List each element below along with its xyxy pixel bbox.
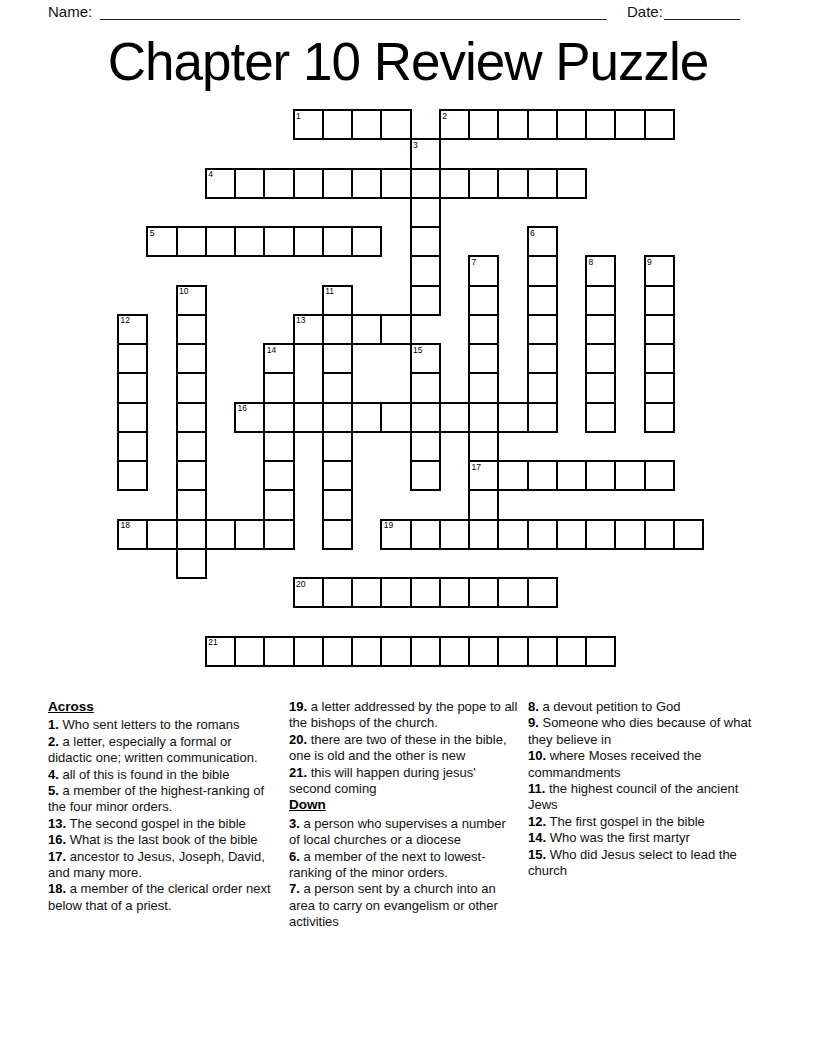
clue-14: 14. Who was the first martyr bbox=[528, 830, 758, 846]
clue-18: 18. a member of the clerical order next … bbox=[48, 881, 278, 914]
grid-cell-r11c5[interactable] bbox=[263, 431, 294, 462]
clue-number-9: 9 bbox=[647, 258, 652, 267]
grid-cell-r6c18[interactable] bbox=[644, 285, 675, 316]
grid-cell-r7c18[interactable] bbox=[644, 314, 675, 345]
grid-cell-r4c5[interactable] bbox=[263, 226, 294, 257]
grid-cell-r10c9[interactable] bbox=[380, 402, 411, 433]
clue-number-8: 8 bbox=[589, 258, 594, 267]
grid-cell-r0c14[interactable] bbox=[527, 109, 558, 140]
clue-number-text-21: 21. bbox=[289, 765, 307, 780]
grid-cell-r11c10[interactable] bbox=[410, 431, 441, 462]
grid-cell-r14c5[interactable] bbox=[263, 519, 294, 550]
grid-cell-r14c14[interactable] bbox=[527, 519, 558, 550]
grid-cell-r12c13[interactable] bbox=[497, 460, 528, 491]
grid-cell-r14c10[interactable] bbox=[410, 519, 441, 550]
grid-cell-r7c12[interactable] bbox=[468, 314, 499, 345]
clue-number-20: 20 bbox=[296, 580, 305, 589]
grid-cell-r7c7[interactable] bbox=[322, 314, 353, 345]
grid-cell-r18c16[interactable] bbox=[585, 636, 616, 667]
clue-number-13: 13 bbox=[296, 316, 305, 325]
grid-cell-r18c5[interactable] bbox=[263, 636, 294, 667]
clue-number-18: 18 bbox=[121, 521, 130, 530]
grid-cell-r10c10[interactable] bbox=[410, 402, 441, 433]
grid-cell-r4c6[interactable] bbox=[293, 226, 324, 257]
clue-number-2: 2 bbox=[442, 112, 447, 121]
grid-cell-r11c2[interactable] bbox=[176, 431, 207, 462]
grid-cell-r14c13[interactable] bbox=[497, 519, 528, 550]
grid-cell-r4c8[interactable] bbox=[351, 226, 382, 257]
grid-cell-r7c14[interactable] bbox=[527, 314, 558, 345]
clue-number-text-1: 1. bbox=[48, 717, 59, 732]
grid-cell-r13c12[interactable] bbox=[468, 489, 499, 520]
grid-cell-r12c2[interactable] bbox=[176, 460, 207, 491]
name-blank-line[interactable] bbox=[100, 1, 607, 20]
grid-cell-r18c12[interactable] bbox=[468, 636, 499, 667]
clue-13: 13. The second gospel in the bible bbox=[48, 816, 278, 832]
grid-cell-r13c2[interactable] bbox=[176, 489, 207, 520]
clue-5: 5. a member of the highest-ranking of th… bbox=[48, 783, 278, 816]
grid-cell-r6c12[interactable] bbox=[468, 285, 499, 316]
grid-cell-r10c12[interactable] bbox=[468, 402, 499, 433]
grid-cell-r8c2[interactable] bbox=[176, 343, 207, 374]
grid-cell-r2c4[interactable] bbox=[234, 168, 265, 199]
clue-column-right: 8. a devout petition to God9. Someone wh… bbox=[528, 699, 758, 879]
grid-cell-r18c8[interactable] bbox=[351, 636, 382, 667]
clue-10: 10. where Moses received the commandment… bbox=[528, 748, 758, 781]
grid-cell-r9c18[interactable] bbox=[644, 372, 675, 403]
grid-cell-r5c14[interactable] bbox=[527, 255, 558, 286]
grid-cell-r6c10[interactable] bbox=[410, 285, 441, 316]
grid-cell-r0c18[interactable] bbox=[644, 109, 675, 140]
clue-6: 6. a member of the next to lowest-rankin… bbox=[289, 849, 519, 882]
grid-cell-r16c9[interactable] bbox=[380, 577, 411, 608]
grid-cell-r2c7[interactable] bbox=[322, 168, 353, 199]
clue-number-text-7: 7. bbox=[289, 881, 300, 896]
grid-cell-r12c7[interactable] bbox=[322, 460, 353, 491]
clue-number-text-17: 17. bbox=[48, 849, 66, 864]
clue-number-3: 3 bbox=[413, 141, 418, 150]
grid-cell-r6c16[interactable] bbox=[585, 285, 616, 316]
clue-column-left: Across1. Who sent letters to the romans2… bbox=[48, 699, 278, 914]
grid-cell-r9c10[interactable] bbox=[410, 372, 441, 403]
grid-cell-r3c10[interactable] bbox=[410, 197, 441, 228]
grid-cell-r10c16[interactable] bbox=[585, 402, 616, 433]
grid-cell-r12c15[interactable] bbox=[556, 460, 587, 491]
grid-cell-r0c15[interactable] bbox=[556, 109, 587, 140]
grid-cell-r9c0[interactable] bbox=[117, 372, 148, 403]
clue-number-text-20: 20. bbox=[289, 732, 307, 747]
grid-cell-r8c12[interactable] bbox=[468, 343, 499, 374]
clue-number-text-15: 15. bbox=[528, 847, 546, 862]
clue-8: 8. a devout petition to God bbox=[528, 699, 758, 715]
clue-number-text-6: 6. bbox=[289, 849, 300, 864]
grid-cell-r12c16[interactable] bbox=[585, 460, 616, 491]
grid-cell-r18c10[interactable] bbox=[410, 636, 441, 667]
grid-cell-r16c7[interactable] bbox=[322, 577, 353, 608]
grid-cell-r2c14[interactable] bbox=[527, 168, 558, 199]
grid-cell-r7c8[interactable] bbox=[351, 314, 382, 345]
grid-cell-r10c11[interactable] bbox=[439, 402, 470, 433]
clue-17: 17. ancestor to Jesus, Joseph, David, an… bbox=[48, 849, 278, 882]
clue-number-1: 1 bbox=[296, 112, 301, 121]
grid-cell-r10c8[interactable] bbox=[351, 402, 382, 433]
clue-number-text-8: 8. bbox=[528, 699, 539, 714]
grid-cell-r8c0[interactable] bbox=[117, 343, 148, 374]
grid-cell-r18c6[interactable] bbox=[293, 636, 324, 667]
clue-number-text-16: 16. bbox=[48, 832, 66, 847]
clue-number-6: 6 bbox=[530, 229, 535, 238]
grid-cell-r2c9[interactable] bbox=[380, 168, 411, 199]
clue-number-16: 16 bbox=[238, 404, 247, 413]
grid-cell-r2c8[interactable] bbox=[351, 168, 382, 199]
clue-19: 19. a letter addressed by the pope to al… bbox=[289, 699, 519, 732]
grid-cell-r14c15[interactable] bbox=[556, 519, 587, 550]
clue-number-text-9: 9. bbox=[528, 715, 539, 730]
grid-cell-r2c6[interactable] bbox=[293, 168, 324, 199]
grid-cell-r11c12[interactable] bbox=[468, 431, 499, 462]
grid-cell-r14c1[interactable] bbox=[146, 519, 177, 550]
clues-down-header: Down bbox=[289, 797, 519, 813]
grid-cell-r10c7[interactable] bbox=[322, 402, 353, 433]
grid-cell-r9c7[interactable] bbox=[322, 372, 353, 403]
clue-15: 15. Who did Jesus select to lead the chu… bbox=[528, 847, 758, 880]
clue-number-15: 15 bbox=[413, 346, 422, 355]
grid-cell-r2c13[interactable] bbox=[497, 168, 528, 199]
clue-number-19: 19 bbox=[384, 521, 393, 530]
clue-number-text-13: 13. bbox=[48, 816, 66, 831]
grid-cell-r14c19[interactable] bbox=[673, 519, 704, 550]
grid-cell-r12c10[interactable] bbox=[410, 460, 441, 491]
grid-cell-r18c14[interactable] bbox=[527, 636, 558, 667]
grid-cell-r11c0[interactable] bbox=[117, 431, 148, 462]
clue-20: 20. there are two of these in the bible,… bbox=[289, 732, 519, 765]
grid-cell-r10c6[interactable] bbox=[293, 402, 324, 433]
grid-cell-r10c2[interactable] bbox=[176, 402, 207, 433]
grid-cell-r13c7[interactable] bbox=[322, 489, 353, 520]
clue-7: 7. a person sent by a church into an are… bbox=[289, 881, 519, 930]
clue-4: 4. all of this is found in the bible bbox=[48, 767, 278, 783]
clue-number-10: 10 bbox=[179, 287, 188, 296]
grid-cell-r4c2[interactable] bbox=[176, 226, 207, 257]
clue-number-5: 5 bbox=[150, 229, 155, 238]
grid-cell-r4c7[interactable] bbox=[322, 226, 353, 257]
clue-column-middle: 19. a letter addressed by the pope to al… bbox=[289, 699, 519, 931]
grid-cell-r2c15[interactable] bbox=[556, 168, 587, 199]
grid-cell-r12c18[interactable] bbox=[644, 460, 675, 491]
grid-cell-r2c12[interactable] bbox=[468, 168, 499, 199]
grid-cell-r14c12[interactable] bbox=[468, 519, 499, 550]
grid-cell-r2c10[interactable] bbox=[410, 168, 441, 199]
clue-number-4: 4 bbox=[208, 170, 213, 179]
grid-cell-r14c16[interactable] bbox=[585, 519, 616, 550]
grid-cell-r6c14[interactable] bbox=[527, 285, 558, 316]
date-blank-line[interactable] bbox=[664, 1, 740, 20]
clue-number-7: 7 bbox=[472, 258, 477, 267]
grid-cell-r14c3[interactable] bbox=[205, 519, 236, 550]
grid-cell-r10c18[interactable] bbox=[644, 402, 675, 433]
grid-cell-r8c18[interactable] bbox=[644, 343, 675, 374]
clue-number-14: 14 bbox=[267, 346, 276, 355]
grid-cell-r18c15[interactable] bbox=[556, 636, 587, 667]
grid-cell-r10c13[interactable] bbox=[497, 402, 528, 433]
grid-cell-r4c10[interactable] bbox=[410, 226, 441, 257]
grid-cell-r0c8[interactable] bbox=[351, 109, 382, 140]
grid-cell-r9c14[interactable] bbox=[527, 372, 558, 403]
clue-number-text-4: 4. bbox=[48, 767, 59, 782]
grid-cell-r14c17[interactable] bbox=[614, 519, 645, 550]
page-title: Chapter 10 Review Puzzle bbox=[0, 31, 816, 93]
clue-number-17: 17 bbox=[472, 463, 481, 472]
clue-1: 1. Who sent letters to the romans bbox=[48, 717, 278, 733]
grid-cell-r0c17[interactable] bbox=[614, 109, 645, 140]
grid-cell-r0c7[interactable] bbox=[322, 109, 353, 140]
grid-cell-r16c11[interactable] bbox=[439, 577, 470, 608]
clue-11: 11. the highest council of the ancient J… bbox=[528, 781, 758, 814]
grid-cell-r18c13[interactable] bbox=[497, 636, 528, 667]
grid-cell-r5c10[interactable] bbox=[410, 255, 441, 286]
grid-cell-r18c9[interactable] bbox=[380, 636, 411, 667]
clues-across-header: Across bbox=[48, 699, 278, 715]
clue-number-21: 21 bbox=[208, 638, 217, 647]
grid-cell-r4c3[interactable] bbox=[205, 226, 236, 257]
grid-cell-r14c11[interactable] bbox=[439, 519, 470, 550]
grid-cell-r7c9[interactable] bbox=[380, 314, 411, 345]
clue-number-11: 11 bbox=[325, 287, 334, 296]
grid-cell-r7c2[interactable] bbox=[176, 314, 207, 345]
grid-cell-r0c9[interactable] bbox=[380, 109, 411, 140]
grid-cell-r12c14[interactable] bbox=[527, 460, 558, 491]
clue-21: 21. this will happen during jesus' secon… bbox=[289, 765, 519, 798]
grid-cell-r14c7[interactable] bbox=[322, 519, 353, 550]
grid-cell-r12c0[interactable] bbox=[117, 460, 148, 491]
grid-cell-r9c2[interactable] bbox=[176, 372, 207, 403]
crossword-grid: 123456789101112131415161718192021 bbox=[117, 109, 705, 667]
grid-cell-r9c5[interactable] bbox=[263, 372, 294, 403]
date-label: Date: bbox=[627, 3, 663, 20]
clue-3: 3. a person who supervises a number of l… bbox=[289, 816, 519, 849]
grid-cell-r12c17[interactable] bbox=[614, 460, 645, 491]
grid-cell-r18c11[interactable] bbox=[439, 636, 470, 667]
grid-cell-r9c16[interactable] bbox=[585, 372, 616, 403]
clue-9: 9. Someone who dies because of what they… bbox=[528, 715, 758, 748]
grid-cell-r10c0[interactable] bbox=[117, 402, 148, 433]
clue-number-text-18: 18. bbox=[48, 881, 66, 896]
clue-number-12: 12 bbox=[121, 316, 130, 325]
grid-cell-r13c5[interactable] bbox=[263, 489, 294, 520]
name-label: Name: bbox=[48, 3, 92, 20]
clue-number-text-19: 19. bbox=[289, 699, 307, 714]
clue-number-text-3: 3. bbox=[289, 816, 300, 831]
grid-cell-r0c12[interactable] bbox=[468, 109, 499, 140]
clue-number-text-10: 10. bbox=[528, 748, 546, 763]
grid-cell-r11c7[interactable] bbox=[322, 431, 353, 462]
grid-cell-r16c10[interactable] bbox=[410, 577, 441, 608]
clue-number-text-11: 11. bbox=[528, 781, 545, 796]
grid-cell-r2c5[interactable] bbox=[263, 168, 294, 199]
grid-cell-r2c11[interactable] bbox=[439, 168, 470, 199]
grid-cell-r8c16[interactable] bbox=[585, 343, 616, 374]
grid-cell-r16c13[interactable] bbox=[497, 577, 528, 608]
grid-cell-r16c8[interactable] bbox=[351, 577, 382, 608]
clue-16: 16. What is the last book of the bible bbox=[48, 832, 278, 848]
grid-cell-r16c14[interactable] bbox=[527, 577, 558, 608]
grid-cell-r4c4[interactable] bbox=[234, 226, 265, 257]
grid-cell-r8c7[interactable] bbox=[322, 343, 353, 374]
clue-number-text-5: 5. bbox=[48, 783, 59, 798]
grid-cell-r10c14[interactable] bbox=[527, 402, 558, 433]
grid-cell-r18c7[interactable] bbox=[322, 636, 353, 667]
grid-cell-r8c14[interactable] bbox=[527, 343, 558, 374]
worksheet-page: { "game": "crossword", "title": "Chapter… bbox=[0, 0, 816, 1056]
clue-number-text-2: 2. bbox=[48, 734, 59, 749]
grid-cell-r12c5[interactable] bbox=[263, 460, 294, 491]
clue-number-text-14: 14. bbox=[528, 830, 546, 845]
grid-cell-r9c12[interactable] bbox=[468, 372, 499, 403]
grid-cell-r10c5[interactable] bbox=[263, 402, 294, 433]
grid-cell-r18c4[interactable] bbox=[234, 636, 265, 667]
clue-2: 2. a letter, especially a formal or dida… bbox=[48, 734, 278, 767]
grid-cell-r16c12[interactable] bbox=[468, 577, 499, 608]
grid-cell-r0c13[interactable] bbox=[497, 109, 528, 140]
grid-cell-r7c16[interactable] bbox=[585, 314, 616, 345]
clue-number-text-12: 12. bbox=[528, 814, 546, 829]
grid-cell-r14c2[interactable] bbox=[176, 519, 207, 550]
grid-cell-r14c18[interactable] bbox=[644, 519, 675, 550]
clue-12: 12. The first gospel in the bible bbox=[528, 814, 758, 830]
grid-cell-r0c16[interactable] bbox=[585, 109, 616, 140]
grid-cell-r14c4[interactable] bbox=[234, 519, 265, 550]
grid-cell-r15c2[interactable] bbox=[176, 548, 207, 579]
